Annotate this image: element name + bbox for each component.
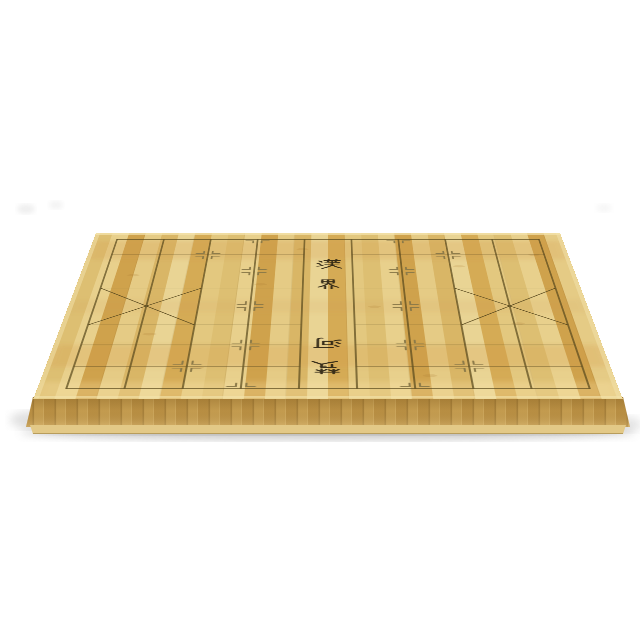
board-base-strip [30, 425, 626, 434]
product-photo-scene [0, 0, 640, 640]
background-smudges [17, 201, 612, 214]
board-surface[interactable] [33, 233, 622, 399]
board-front-edge [26, 397, 630, 434]
xiangqi-board[interactable] [33, 233, 622, 399]
